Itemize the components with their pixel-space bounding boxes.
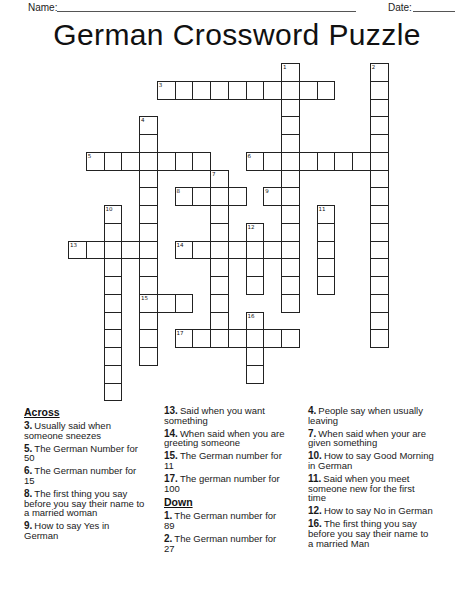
grid-cell[interactable]	[370, 276, 389, 295]
grid-cell[interactable]	[192, 152, 211, 171]
grid-cell[interactable]	[370, 205, 389, 224]
grid-cell[interactable]	[228, 187, 247, 206]
grid-cell[interactable]	[352, 152, 371, 171]
clue-item: 2.The German number for 27	[164, 534, 304, 554]
grid-cell[interactable]	[370, 258, 389, 277]
cell-number: 5	[88, 153, 92, 159]
grid-cell[interactable]	[139, 258, 158, 277]
grid-cell[interactable]	[370, 294, 389, 313]
clue-item: 16.The first thing you say before you sa…	[308, 519, 464, 548]
clue-item: 10.How to say Good Morning in German	[308, 451, 464, 471]
grid-cell[interactable]	[299, 152, 318, 171]
grid-cell[interactable]	[299, 81, 318, 100]
grid-cell[interactable]: 8	[175, 187, 194, 206]
grid-cell[interactable]	[263, 152, 282, 171]
grid-cell[interactable]	[281, 241, 300, 260]
clue-text: How to say Yes in German	[24, 520, 109, 541]
clue-item: 14.When said when you are greeting someo…	[164, 429, 304, 449]
clue-item: 8.The first thing you say before you say…	[24, 489, 162, 518]
grid-cell[interactable]	[228, 81, 247, 100]
grid-cell[interactable]	[317, 223, 336, 242]
grid-cell[interactable]	[210, 81, 229, 100]
grid-cell[interactable]: 11	[317, 205, 336, 224]
grid-cell[interactable]	[370, 99, 389, 118]
grid-cell[interactable]	[246, 329, 265, 348]
grid-cell[interactable]	[104, 276, 123, 295]
clue-text: The first thing you say before you say t…	[24, 488, 144, 519]
grid-cell[interactable]: 10	[104, 205, 123, 224]
grid-cell[interactable]	[246, 241, 265, 260]
clue-text: Said when you want something	[164, 405, 265, 426]
grid-cell[interactable]	[104, 241, 123, 260]
grid-cell[interactable]	[192, 241, 211, 260]
clue-item: 6.The German number for 15	[24, 466, 162, 486]
cell-number: 10	[106, 206, 113, 212]
cell-number: 13	[70, 242, 77, 248]
name-label: Name:	[28, 2, 57, 13]
grid-cell[interactable]	[104, 383, 123, 402]
grid-cell[interactable]: 6	[246, 152, 265, 171]
grid-cell[interactable]	[281, 258, 300, 277]
grid-cell[interactable]	[370, 241, 389, 260]
clue-text: The German Number for 50	[24, 443, 138, 464]
date-blank-line[interactable]	[413, 1, 455, 12]
clues-down-header: Down	[164, 496, 304, 508]
clue-number: 12.	[308, 505, 322, 516]
grid-cell[interactable]	[104, 152, 123, 171]
grid-cell[interactable]: 7	[210, 170, 229, 189]
clue-text: Usually said when someone sneezes	[24, 420, 111, 441]
grid-cell[interactable]	[246, 258, 265, 277]
grid-cell[interactable]: 3	[157, 81, 176, 100]
grid-cell[interactable]: 17	[175, 329, 194, 348]
grid-cell[interactable]	[210, 205, 229, 224]
grid-cell[interactable]	[281, 134, 300, 153]
grid-cell[interactable]	[139, 187, 158, 206]
grid-cell[interactable]	[210, 276, 229, 295]
clue-text: People say when usually leaving	[308, 405, 423, 426]
grid-cell[interactable]	[104, 312, 123, 331]
grid-cell[interactable]	[104, 294, 123, 313]
clue-item: 15.The German number for 11	[164, 451, 304, 471]
grid-cell[interactable]	[104, 329, 123, 348]
clue-text: When said when your are given something	[308, 428, 426, 449]
grid-cell[interactable]	[370, 170, 389, 189]
clue-text: The german number for 100	[164, 473, 280, 494]
cell-number: 4	[141, 117, 145, 123]
clue-item: 7.When said when your are given somethin…	[308, 429, 464, 449]
date-label: Date:	[388, 2, 412, 13]
grid-cell[interactable]: 14	[175, 241, 194, 260]
grid-cell[interactable]	[121, 152, 140, 171]
grid-cell[interactable]	[192, 329, 211, 348]
cell-number: 15	[141, 295, 148, 301]
cell-number: 16	[248, 313, 255, 319]
clue-item: 3.Usually said when someone sneezes	[24, 421, 162, 441]
grid-cell[interactable]	[246, 365, 265, 384]
clue-item: 12.How to say No in German	[308, 506, 464, 516]
cell-number: 7	[212, 171, 216, 177]
grid-cell[interactable]	[104, 365, 123, 384]
grid-cell[interactable]	[210, 241, 229, 260]
grid-cell[interactable]	[228, 241, 247, 260]
name-blank-line[interactable]	[57, 1, 356, 12]
grid-cell[interactable]	[104, 223, 123, 242]
grid-cell[interactable]	[121, 241, 140, 260]
grid-cell[interactable]	[139, 152, 158, 171]
clue-text: The German number for 27	[164, 533, 276, 554]
grid-cell[interactable]	[139, 134, 158, 153]
grid-cell[interactable]	[263, 329, 282, 348]
grid-cell[interactable]	[317, 276, 336, 295]
cell-number: 3	[159, 82, 163, 88]
grid-cell[interactable]	[370, 312, 389, 331]
grid-cell[interactable]	[104, 347, 123, 366]
grid-cell[interactable]	[246, 347, 265, 366]
grid-cell[interactable]	[370, 81, 389, 100]
grid-cell[interactable]	[86, 241, 105, 260]
grid-cell[interactable]: 16	[246, 312, 265, 331]
grid-cell[interactable]	[139, 276, 158, 295]
grid-cell[interactable]	[210, 312, 229, 331]
grid-cell[interactable]	[210, 329, 229, 348]
grid-cell[interactable]	[281, 329, 300, 348]
grid-cell[interactable]	[281, 116, 300, 135]
grid-cell[interactable]: 4	[139, 116, 158, 135]
cell-number: 6	[248, 153, 252, 159]
clue-item: 11.Said when you meet someone new for th…	[308, 474, 464, 503]
grid-cell[interactable]	[175, 152, 194, 171]
grid-cell[interactable]	[139, 241, 158, 260]
grid-cell[interactable]	[317, 152, 336, 171]
grid-cell[interactable]	[317, 81, 336, 100]
grid-cell[interactable]	[139, 170, 158, 189]
grid-cell[interactable]	[370, 223, 389, 242]
grid-cell[interactable]	[281, 81, 300, 100]
grid-cell[interactable]	[139, 312, 158, 331]
cell-number: 11	[319, 206, 326, 212]
grid-cell[interactable]	[139, 347, 158, 366]
clue-item: 9.How to say Yes in German	[24, 521, 162, 541]
clue-text: The German number for 15	[24, 465, 136, 486]
grid-cell[interactable]	[157, 152, 176, 171]
grid-cell[interactable]	[281, 223, 300, 242]
grid-cell[interactable]	[210, 294, 229, 313]
grid-cell[interactable]: 15	[139, 294, 158, 313]
grid-cell[interactable]: 9	[263, 187, 282, 206]
grid-cell[interactable]	[370, 187, 389, 206]
clue-column-right: 4.People say when usually leaving7.When …	[308, 406, 464, 551]
cell-number: 9	[265, 188, 269, 194]
grid-cell[interactable]	[246, 81, 265, 100]
page-title: German Crossword Puzzle	[0, 18, 474, 52]
cell-number: 17	[177, 330, 184, 336]
grid-cell[interactable]	[334, 152, 353, 171]
grid-cell[interactable]: 5	[86, 152, 105, 171]
cell-number: 1	[283, 64, 287, 70]
grid-cell[interactable]: 13	[68, 241, 87, 260]
clue-text: The German number for 11	[164, 450, 282, 471]
cell-number: 2	[372, 64, 376, 70]
clue-item: 13.Said when you want something	[164, 406, 304, 426]
grid-cell[interactable]	[281, 187, 300, 206]
clues-across-header: Across	[24, 406, 162, 418]
grid-cell[interactable]: 1	[281, 63, 300, 82]
clue-item: 1.The German number for 89	[164, 511, 304, 531]
grid-cell[interactable]	[281, 276, 300, 295]
grid-cell[interactable]	[139, 329, 158, 348]
cell-number: 8	[177, 188, 181, 194]
clue-text: The first thing you say before you say t…	[308, 518, 428, 549]
clue-text: How to say No in German	[324, 505, 433, 516]
grid-cell[interactable]	[139, 205, 158, 224]
clue-column-left: Across3.Usually said when someone sneeze…	[24, 406, 162, 544]
cell-number: 14	[177, 242, 184, 248]
grid-cell[interactable]	[317, 258, 336, 277]
grid-cell[interactable]	[157, 294, 176, 313]
grid-cell[interactable]	[228, 329, 247, 348]
worksheet-page: Name: Date: German Crossword Puzzle 1234…	[0, 0, 474, 613]
grid-cell[interactable]: 12	[246, 223, 265, 242]
cell-number: 12	[248, 224, 255, 230]
grid-cell[interactable]	[317, 241, 336, 260]
grid-cell[interactable]	[210, 187, 229, 206]
clue-text: Said when you meet someone new for the f…	[308, 473, 415, 504]
grid-cell[interactable]	[210, 258, 229, 277]
grid-cell[interactable]: 2	[370, 63, 389, 82]
grid-cell[interactable]	[192, 187, 211, 206]
grid-cell[interactable]	[192, 81, 211, 100]
grid-cell[interactable]	[370, 152, 389, 171]
grid-cell[interactable]	[281, 294, 300, 313]
clue-text: How to say Good Morning in German	[308, 450, 434, 471]
clue-text: The German number for 89	[164, 510, 276, 531]
grid-cell[interactable]	[246, 276, 265, 295]
clue-text: When said when you are greeting someone	[164, 428, 284, 449]
grid-cell[interactable]	[370, 329, 389, 348]
grid-cell[interactable]	[281, 205, 300, 224]
grid-cell[interactable]	[370, 134, 389, 153]
grid-cell[interactable]	[175, 294, 194, 313]
grid-cell[interactable]	[139, 223, 158, 242]
grid-cell[interactable]	[104, 258, 123, 277]
clue-item: 17.The german number for 100	[164, 474, 304, 494]
grid-cell[interactable]	[263, 81, 282, 100]
grid-cell[interactable]	[370, 116, 389, 135]
grid-cell[interactable]	[281, 170, 300, 189]
clue-column-middle: 13.Said when you want something14.When s…	[164, 406, 304, 557]
crossword-grid: 1234567891011121314151617	[68, 63, 388, 401]
clue-item: 5.The German Number for 50	[24, 444, 162, 464]
grid-cell[interactable]	[281, 99, 300, 118]
grid-cell[interactable]	[210, 223, 229, 242]
grid-cell[interactable]	[175, 81, 194, 100]
grid-cell[interactable]	[263, 241, 282, 260]
grid-cell[interactable]	[281, 152, 300, 171]
clue-item: 4.People say when usually leaving	[308, 406, 464, 426]
